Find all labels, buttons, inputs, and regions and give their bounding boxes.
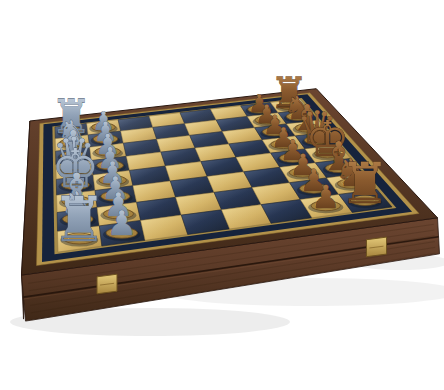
piece-white-rook-h1: ♜	[51, 183, 107, 256]
chess-set-photo: ♜♟♟♜♞♟♟♞♝♟♟♝♛♟♟♛♚♟♟♚♝♟♟♝♞♟♟♞♜♟♟♜	[0, 0, 444, 390]
product-photo-stage: ♜♟♟♜♞♟♟♞♝♟♟♝♛♟♟♛♚♟♟♚♝♟♟♝♞♟♟♞♜♟♟♜	[0, 0, 444, 390]
piece-black-pawn-h7: ♟	[312, 178, 341, 215]
piece-white-pawn-h2: ♟	[106, 203, 137, 243]
piece-black-rook-h8: ♜	[340, 151, 391, 216]
